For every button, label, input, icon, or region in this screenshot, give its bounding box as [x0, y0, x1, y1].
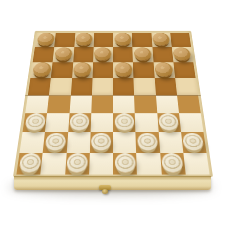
board-square[interactable]: [35, 33, 56, 47]
board-square[interactable]: [54, 33, 75, 47]
board-square[interactable]: [41, 153, 67, 175]
checker-piece-dark[interactable]: [73, 62, 91, 76]
board-square[interactable]: [28, 78, 51, 95]
brass-clasp[interactable]: [98, 185, 112, 194]
board-square[interactable]: [133, 47, 154, 62]
board-square[interactable]: [134, 95, 157, 113]
board-square[interactable]: [65, 153, 90, 175]
board-square[interactable]: [68, 113, 91, 132]
checker-piece-dark[interactable]: [173, 47, 192, 61]
board-square[interactable]: [136, 132, 160, 152]
checker-piece-light[interactable]: [137, 133, 158, 151]
checker-piece-light[interactable]: [161, 153, 183, 173]
board-perspective-wrapper: [13, 31, 213, 177]
board-square[interactable]: [181, 132, 207, 152]
board-square[interactable]: [49, 78, 72, 95]
checker-piece-dark[interactable]: [54, 47, 72, 61]
board-square[interactable]: [33, 47, 55, 62]
checker-piece-dark[interactable]: [36, 33, 54, 46]
board-square[interactable]: [136, 153, 161, 175]
board-square[interactable]: [53, 47, 74, 62]
board-square[interactable]: [156, 95, 179, 113]
board-square[interactable]: [20, 132, 46, 152]
checker-piece-light[interactable]: [114, 113, 134, 130]
checker-piece-dark[interactable]: [152, 33, 170, 46]
checker-piece-dark[interactable]: [154, 62, 173, 76]
checker-piece-dark[interactable]: [32, 62, 52, 76]
board-square[interactable]: [45, 113, 69, 132]
board-square[interactable]: [154, 78, 177, 95]
board-square[interactable]: [135, 113, 158, 132]
board-square[interactable]: [72, 62, 93, 78]
board-square[interactable]: [93, 47, 113, 62]
checker-piece-light[interactable]: [91, 133, 111, 151]
board-square[interactable]: [113, 78, 134, 95]
clasp-loop-icon: [102, 189, 108, 194]
checker-piece-dark[interactable]: [134, 47, 152, 61]
board-square[interactable]: [70, 78, 92, 95]
board-square[interactable]: [113, 95, 135, 113]
board-square[interactable]: [152, 47, 173, 62]
board-square[interactable]: [25, 95, 49, 113]
board-square[interactable]: [175, 78, 198, 95]
board-square[interactable]: [74, 33, 94, 47]
board-square[interactable]: [73, 47, 94, 62]
checker-piece-dark[interactable]: [94, 47, 111, 61]
board-square[interactable]: [92, 78, 113, 95]
board-square[interactable]: [158, 132, 183, 152]
board-square[interactable]: [92, 62, 113, 78]
board-square[interactable]: [157, 113, 181, 132]
board-square[interactable]: [113, 47, 133, 62]
checker-piece-light[interactable]: [182, 133, 204, 151]
board-square[interactable]: [69, 95, 92, 113]
product-photo-scene: [0, 0, 225, 225]
board-square[interactable]: [172, 47, 194, 62]
checker-piece-light[interactable]: [66, 153, 88, 173]
board-square[interactable]: [132, 33, 152, 47]
board-square[interactable]: [43, 132, 68, 152]
board-square[interactable]: [93, 33, 113, 47]
board-square[interactable]: [179, 113, 204, 132]
box-front-edge: [14, 176, 211, 190]
checker-piece-light[interactable]: [45, 133, 67, 151]
board-square[interactable]: [30, 62, 52, 78]
board-square[interactable]: [151, 33, 172, 47]
checker-piece-dark[interactable]: [114, 33, 131, 46]
checker-piece-light[interactable]: [115, 153, 136, 173]
board-square[interactable]: [90, 132, 113, 152]
board-square[interactable]: [133, 62, 154, 78]
board-square[interactable]: [113, 132, 136, 152]
checker-piece-dark[interactable]: [75, 33, 92, 46]
board-square[interactable]: [160, 153, 186, 175]
board-square[interactable]: [113, 153, 137, 175]
board-square[interactable]: [47, 95, 70, 113]
board-square[interactable]: [113, 62, 134, 78]
board-square[interactable]: [51, 62, 73, 78]
board-square[interactable]: [177, 95, 201, 113]
checker-piece-light[interactable]: [18, 153, 41, 173]
board-hinge-seam: [25, 95, 201, 96]
checkers-board[interactable]: [13, 31, 213, 177]
board-square[interactable]: [113, 33, 133, 47]
board-square[interactable]: [173, 62, 195, 78]
board-square[interactable]: [183, 153, 210, 175]
board-square[interactable]: [90, 113, 113, 132]
board-square[interactable]: [153, 62, 175, 78]
checker-piece-dark[interactable]: [114, 62, 132, 76]
checker-piece-light[interactable]: [158, 113, 179, 130]
board-square[interactable]: [89, 153, 113, 175]
board-square[interactable]: [134, 78, 156, 95]
board-square[interactable]: [16, 153, 43, 175]
checker-piece-light[interactable]: [69, 113, 89, 130]
board-square[interactable]: [22, 113, 47, 132]
board-square[interactable]: [91, 95, 113, 113]
board-square[interactable]: [170, 33, 191, 47]
board-square[interactable]: [66, 132, 90, 152]
checker-piece-light[interactable]: [24, 113, 46, 130]
board-square[interactable]: [113, 113, 136, 132]
